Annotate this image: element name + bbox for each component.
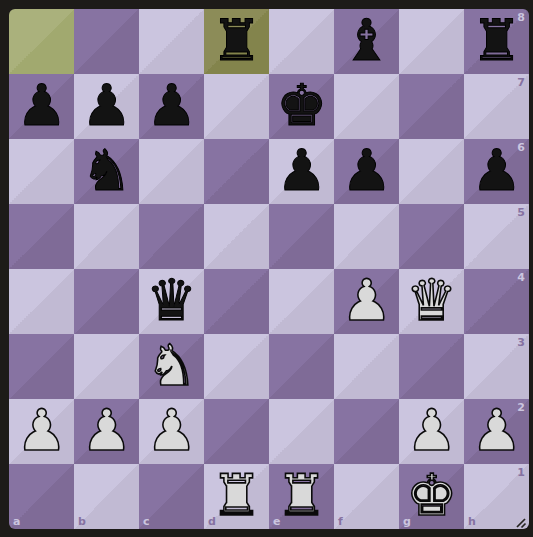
piece-white-rook[interactable]: ♜ bbox=[204, 463, 269, 528]
square-a6[interactable] bbox=[9, 139, 74, 204]
piece-black-rook[interactable]: ♜ bbox=[204, 9, 269, 73]
square-a5[interactable] bbox=[9, 204, 74, 269]
square-f4[interactable]: ♟ bbox=[334, 269, 399, 334]
square-c6[interactable] bbox=[139, 139, 204, 204]
square-e5[interactable] bbox=[269, 204, 334, 269]
square-a1[interactable]: a bbox=[9, 464, 74, 529]
square-b3[interactable] bbox=[74, 334, 139, 399]
square-e1[interactable]: ♜e bbox=[269, 464, 334, 529]
square-d6[interactable] bbox=[204, 139, 269, 204]
square-b5[interactable] bbox=[74, 204, 139, 269]
square-h5[interactable]: 5 bbox=[464, 204, 529, 269]
square-f1[interactable]: f bbox=[334, 464, 399, 529]
square-f8[interactable]: ♝ bbox=[334, 9, 399, 74]
square-d8[interactable]: ♜ bbox=[204, 9, 269, 74]
coord-file-h: h bbox=[468, 515, 476, 528]
coord-rank-7: 7 bbox=[517, 76, 525, 89]
piece-white-pawn[interactable]: ♟ bbox=[399, 398, 464, 463]
square-c3[interactable]: ♞ bbox=[139, 334, 204, 399]
square-d5[interactable] bbox=[204, 204, 269, 269]
square-b4[interactable] bbox=[74, 269, 139, 334]
piece-black-knight[interactable]: ♞ bbox=[74, 138, 139, 203]
board-resize-handle-icon[interactable] bbox=[514, 514, 527, 527]
square-g8[interactable] bbox=[399, 9, 464, 74]
square-f3[interactable] bbox=[334, 334, 399, 399]
piece-white-knight[interactable]: ♞ bbox=[139, 333, 204, 398]
square-d1[interactable]: ♜d bbox=[204, 464, 269, 529]
coord-rank-1: 1 bbox=[517, 466, 525, 479]
coord-file-a: a bbox=[13, 515, 20, 528]
coord-file-b: b bbox=[78, 515, 86, 528]
square-h7[interactable]: 7 bbox=[464, 74, 529, 139]
piece-black-rook[interactable]: ♜ bbox=[464, 9, 529, 73]
square-e8[interactable] bbox=[269, 9, 334, 74]
square-h4[interactable]: 4 bbox=[464, 269, 529, 334]
square-d3[interactable] bbox=[204, 334, 269, 399]
coord-rank-4: 4 bbox=[517, 271, 525, 284]
square-b6[interactable]: ♞ bbox=[74, 139, 139, 204]
square-d7[interactable] bbox=[204, 74, 269, 139]
piece-black-pawn[interactable]: ♟ bbox=[464, 138, 529, 203]
square-a3[interactable] bbox=[9, 334, 74, 399]
piece-white-pawn[interactable]: ♟ bbox=[334, 268, 399, 333]
square-c4[interactable]: ♛ bbox=[139, 269, 204, 334]
piece-white-rook[interactable]: ♜ bbox=[269, 463, 334, 528]
square-b1[interactable]: b bbox=[74, 464, 139, 529]
square-c1[interactable]: c bbox=[139, 464, 204, 529]
square-f6[interactable]: ♟ bbox=[334, 139, 399, 204]
square-g5[interactable] bbox=[399, 204, 464, 269]
piece-black-king[interactable]: ♚ bbox=[269, 73, 334, 138]
piece-black-queen[interactable]: ♛ bbox=[139, 268, 204, 333]
piece-white-pawn[interactable]: ♟ bbox=[464, 398, 529, 463]
square-b7[interactable]: ♟ bbox=[74, 74, 139, 139]
piece-white-king[interactable]: ♚ bbox=[399, 463, 464, 528]
piece-black-bishop[interactable]: ♝ bbox=[334, 9, 399, 73]
piece-black-pawn[interactable]: ♟ bbox=[139, 73, 204, 138]
square-c7[interactable]: ♟ bbox=[139, 74, 204, 139]
piece-white-pawn[interactable]: ♟ bbox=[139, 398, 204, 463]
square-g3[interactable] bbox=[399, 334, 464, 399]
square-b8[interactable] bbox=[74, 9, 139, 74]
piece-black-pawn[interactable]: ♟ bbox=[74, 73, 139, 138]
square-a7[interactable]: ♟ bbox=[9, 74, 74, 139]
square-d4[interactable] bbox=[204, 269, 269, 334]
square-c2[interactable]: ♟ bbox=[139, 399, 204, 464]
square-g2[interactable]: ♟ bbox=[399, 399, 464, 464]
square-h6[interactable]: ♟6 bbox=[464, 139, 529, 204]
square-g7[interactable] bbox=[399, 74, 464, 139]
square-c8[interactable] bbox=[139, 9, 204, 74]
square-f7[interactable] bbox=[334, 74, 399, 139]
square-h1[interactable]: 1h bbox=[464, 464, 529, 529]
page-background: ♜♝♜8♟♟♟♚7♞♟♟♟65♛♟♛4♞3♟♟♟♟♟2abc♜d♜ef♚g1h bbox=[0, 0, 533, 537]
piece-black-pawn[interactable]: ♟ bbox=[269, 138, 334, 203]
square-e6[interactable]: ♟ bbox=[269, 139, 334, 204]
square-c5[interactable] bbox=[139, 204, 204, 269]
coord-file-c: c bbox=[143, 515, 150, 528]
chess-board: ♜♝♜8♟♟♟♚7♞♟♟♟65♛♟♛4♞3♟♟♟♟♟2abc♜d♜ef♚g1h bbox=[9, 9, 529, 529]
piece-white-queen[interactable]: ♛ bbox=[399, 268, 464, 333]
piece-black-pawn[interactable]: ♟ bbox=[334, 138, 399, 203]
piece-white-pawn[interactable]: ♟ bbox=[9, 398, 74, 463]
coord-rank-3: 3 bbox=[517, 336, 525, 349]
square-f2[interactable] bbox=[334, 399, 399, 464]
square-g1[interactable]: ♚g bbox=[399, 464, 464, 529]
coord-file-f: f bbox=[338, 515, 343, 528]
square-e4[interactable] bbox=[269, 269, 334, 334]
square-h2[interactable]: ♟2 bbox=[464, 399, 529, 464]
square-g6[interactable] bbox=[399, 139, 464, 204]
square-a2[interactable]: ♟ bbox=[9, 399, 74, 464]
square-a8[interactable] bbox=[9, 9, 74, 74]
piece-black-pawn[interactable]: ♟ bbox=[9, 73, 74, 138]
piece-white-pawn[interactable]: ♟ bbox=[74, 398, 139, 463]
square-g4[interactable]: ♛ bbox=[399, 269, 464, 334]
square-d2[interactable] bbox=[204, 399, 269, 464]
square-b2[interactable]: ♟ bbox=[74, 399, 139, 464]
square-e2[interactable] bbox=[269, 399, 334, 464]
square-h8[interactable]: ♜8 bbox=[464, 9, 529, 74]
square-e3[interactable] bbox=[269, 334, 334, 399]
square-h3[interactable]: 3 bbox=[464, 334, 529, 399]
coord-rank-5: 5 bbox=[517, 206, 525, 219]
square-e7[interactable]: ♚ bbox=[269, 74, 334, 139]
square-a4[interactable] bbox=[9, 269, 74, 334]
square-f5[interactable] bbox=[334, 204, 399, 269]
